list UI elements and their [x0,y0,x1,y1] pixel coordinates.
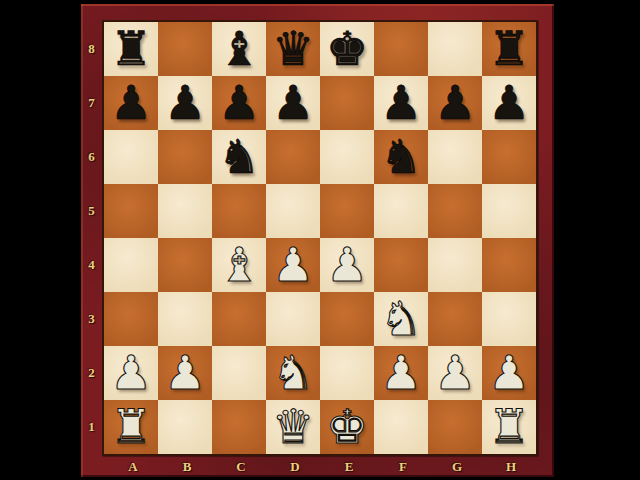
square-a5[interactable] [104,184,158,238]
rank-label-4: 4 [81,238,102,292]
square-g3[interactable] [428,292,482,346]
piece-black-queen[interactable]: ♛ [272,22,314,76]
square-h3[interactable] [482,292,536,346]
square-g4[interactable] [428,238,482,292]
square-e5[interactable] [320,184,374,238]
square-c4[interactable]: ♝ [212,238,266,292]
square-e8[interactable]: ♚ [320,22,374,76]
square-b8[interactable] [158,22,212,76]
square-b6[interactable] [158,130,212,184]
square-a1[interactable]: ♜ [104,400,158,454]
square-e1[interactable]: ♚ [320,400,374,454]
square-b7[interactable]: ♟ [158,76,212,130]
rank-label-8: 8 [81,22,102,76]
square-h6[interactable] [482,130,536,184]
square-h4[interactable] [482,238,536,292]
square-e4[interactable]: ♟ [320,238,374,292]
rank-label-7: 7 [81,76,102,130]
piece-white-bishop[interactable]: ♝ [218,238,260,292]
square-f6[interactable]: ♞ [374,130,428,184]
piece-black-pawn[interactable]: ♟ [218,76,260,130]
piece-black-rook[interactable]: ♜ [110,22,152,76]
square-e7[interactable] [320,76,374,130]
piece-white-pawn[interactable]: ♟ [164,346,206,400]
piece-black-bishop[interactable]: ♝ [218,22,260,76]
square-c5[interactable] [212,184,266,238]
square-h8[interactable]: ♜ [482,22,536,76]
piece-black-pawn[interactable]: ♟ [164,76,206,130]
square-f4[interactable] [374,238,428,292]
piece-black-king[interactable]: ♚ [326,22,368,76]
piece-black-pawn[interactable]: ♟ [380,76,422,130]
square-d3[interactable] [266,292,320,346]
square-h1[interactable]: ♜ [482,400,536,454]
piece-white-knight[interactable]: ♞ [272,346,314,400]
piece-white-pawn[interactable]: ♟ [110,346,152,400]
file-label-d: D [268,456,322,478]
square-e6[interactable] [320,130,374,184]
square-g7[interactable]: ♟ [428,76,482,130]
piece-white-pawn[interactable]: ♟ [488,346,530,400]
square-e3[interactable] [320,292,374,346]
file-label-g: G [430,456,484,478]
file-label-c: C [214,456,268,478]
square-c6[interactable]: ♞ [212,130,266,184]
square-a8[interactable]: ♜ [104,22,158,76]
piece-black-knight[interactable]: ♞ [380,130,422,184]
square-c1[interactable] [212,400,266,454]
square-c7[interactable]: ♟ [212,76,266,130]
square-a6[interactable] [104,130,158,184]
square-d1[interactable]: ♛ [266,400,320,454]
square-f7[interactable]: ♟ [374,76,428,130]
square-h7[interactable]: ♟ [482,76,536,130]
square-d8[interactable]: ♛ [266,22,320,76]
chess-board: ♜♝♛♚♜♟♟♟♟♟♟♟♞♞♝♟♟♞♟♟♞♟♟♟♜♛♚♜ [102,20,538,456]
square-g1[interactable] [428,400,482,454]
rank-label-2: 2 [81,346,102,400]
rank-label-3: 3 [81,292,102,346]
piece-black-pawn[interactable]: ♟ [488,76,530,130]
square-h2[interactable]: ♟ [482,346,536,400]
piece-white-pawn[interactable]: ♟ [380,346,422,400]
square-a2[interactable]: ♟ [104,346,158,400]
piece-white-pawn[interactable]: ♟ [434,346,476,400]
square-g2[interactable]: ♟ [428,346,482,400]
piece-white-pawn[interactable]: ♟ [326,238,368,292]
file-label-f: F [376,456,430,478]
square-b3[interactable] [158,292,212,346]
piece-black-pawn[interactable]: ♟ [272,76,314,130]
rank-label-6: 6 [81,130,102,184]
piece-black-knight[interactable]: ♞ [218,130,260,184]
square-g5[interactable] [428,184,482,238]
board-frame: ♜♝♛♚♜♟♟♟♟♟♟♟♞♞♝♟♟♞♟♟♞♟♟♟♜♛♚♜ 87654321 AB… [81,4,554,477]
square-g8[interactable] [428,22,482,76]
rank-label-5: 5 [81,184,102,238]
square-c2[interactable] [212,346,266,400]
square-d6[interactable] [266,130,320,184]
file-label-a: A [106,456,160,478]
piece-white-knight[interactable]: ♞ [380,292,422,346]
square-f2[interactable]: ♟ [374,346,428,400]
square-f3[interactable]: ♞ [374,292,428,346]
piece-white-rook[interactable]: ♜ [488,400,530,454]
piece-white-king[interactable]: ♚ [326,400,368,454]
square-a4[interactable] [104,238,158,292]
square-f5[interactable] [374,184,428,238]
square-b1[interactable] [158,400,212,454]
square-e2[interactable] [320,346,374,400]
square-b2[interactable]: ♟ [158,346,212,400]
square-c3[interactable] [212,292,266,346]
square-g6[interactable] [428,130,482,184]
square-a7[interactable]: ♟ [104,76,158,130]
square-f8[interactable] [374,22,428,76]
piece-black-pawn[interactable]: ♟ [110,76,152,130]
square-a3[interactable] [104,292,158,346]
piece-white-queen[interactable]: ♛ [272,400,314,454]
square-d7[interactable]: ♟ [266,76,320,130]
square-f1[interactable] [374,400,428,454]
square-c8[interactable]: ♝ [212,22,266,76]
file-label-b: B [160,456,214,478]
square-d2[interactable]: ♞ [266,346,320,400]
piece-white-rook[interactable]: ♜ [110,400,152,454]
file-label-e: E [322,456,376,478]
file-label-h: H [484,456,538,478]
letterbox-background: ♜♝♛♚♜♟♟♟♟♟♟♟♞♞♝♟♟♞♟♟♞♟♟♟♜♛♚♜ 87654321 AB… [0,0,640,480]
square-d4[interactable]: ♟ [266,238,320,292]
square-d5[interactable] [266,184,320,238]
square-h5[interactable] [482,184,536,238]
square-b5[interactable] [158,184,212,238]
square-b4[interactable] [158,238,212,292]
rank-label-1: 1 [81,400,102,454]
piece-black-rook[interactable]: ♜ [488,22,530,76]
piece-white-pawn[interactable]: ♟ [272,238,314,292]
piece-black-pawn[interactable]: ♟ [434,76,476,130]
